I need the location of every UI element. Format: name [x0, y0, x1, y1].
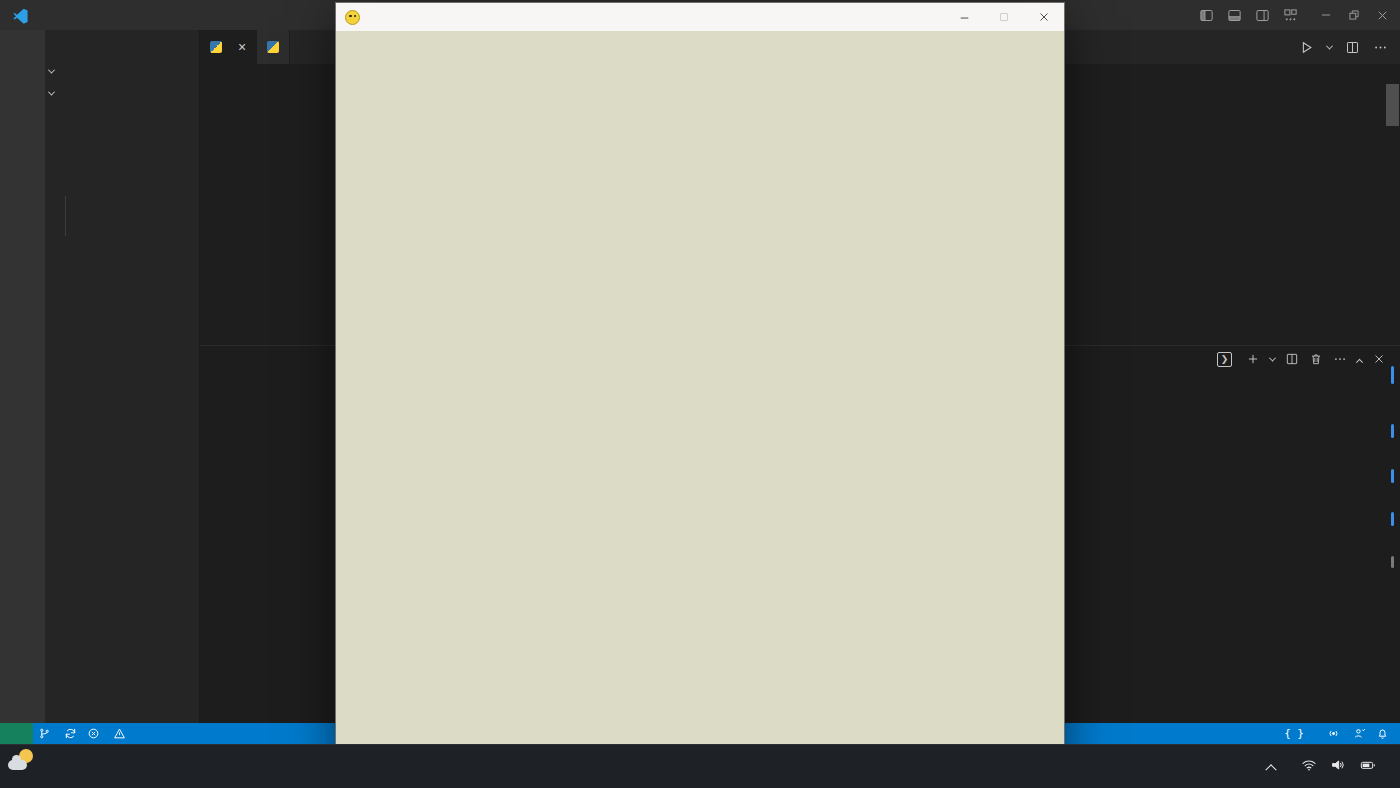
desktop: × ❯	[0, 0, 1400, 788]
chess-minimize-button[interactable]	[944, 3, 984, 31]
editor-actions	[1294, 30, 1392, 64]
toggle-sidebar-icon[interactable]	[1192, 0, 1220, 30]
weather-icon	[8, 749, 34, 771]
terminal-decoration	[1391, 424, 1394, 438]
interpreter-item[interactable]	[1312, 723, 1322, 744]
terminal-shell-item[interactable]: ❯	[1217, 352, 1236, 367]
kill-terminal-icon[interactable]	[1309, 352, 1323, 366]
tab-main-py[interactable]: ×	[200, 30, 257, 64]
terminal-dropdown-icon[interactable]	[1270, 357, 1275, 362]
close-tab-icon[interactable]: ×	[238, 39, 246, 55]
errors-item[interactable]	[82, 723, 108, 744]
run-dropdown-icon[interactable]	[1322, 35, 1336, 59]
restore-window-icon[interactable]	[1340, 0, 1368, 30]
toggle-secondary-sidebar-icon[interactable]	[1248, 0, 1276, 30]
warnings-item[interactable]	[108, 723, 134, 744]
split-editor-icon[interactable]	[1340, 35, 1364, 59]
toggle-panel-icon[interactable]	[1220, 0, 1248, 30]
python-file-icon	[267, 41, 279, 53]
taskbar	[0, 744, 1400, 788]
new-terminal-icon[interactable]	[1246, 352, 1260, 366]
sync-icon[interactable]	[59, 723, 82, 744]
eol-item[interactable]	[1269, 723, 1279, 744]
run-python-file-icon[interactable]	[1294, 35, 1318, 59]
more-actions-icon[interactable]	[1368, 35, 1392, 59]
activity-bar	[0, 30, 45, 723]
minimize-window-icon[interactable]	[1312, 0, 1340, 30]
notifications-bell-icon[interactable]	[1371, 723, 1394, 744]
maximize-panel-icon[interactable]	[1357, 357, 1362, 362]
open-editors-section[interactable]	[45, 60, 199, 82]
system-tray	[1267, 745, 1390, 788]
close-window-icon[interactable]	[1368, 0, 1396, 30]
editor-scrollbar[interactable]	[1386, 84, 1399, 126]
vscode-logo-icon	[12, 7, 29, 24]
split-terminal-icon[interactable]	[1285, 352, 1299, 366]
chess-window[interactable]	[335, 2, 1065, 760]
terminal-decoration	[1391, 469, 1394, 483]
tab-partial[interactable]	[257, 30, 290, 64]
go-live-item[interactable]	[1322, 723, 1348, 744]
chess-close-button[interactable]	[1024, 3, 1064, 31]
volume-icon[interactable]	[1330, 757, 1346, 777]
explorer-sidebar	[45, 30, 200, 723]
pygame-icon	[345, 10, 360, 25]
weather-widget[interactable]	[8, 749, 42, 771]
chess-title-bar[interactable]	[336, 3, 1064, 31]
chess-maximize-button[interactable]	[984, 3, 1024, 31]
terminal-decoration	[1391, 366, 1394, 384]
hidden-icons-chevron[interactable]	[1265, 764, 1276, 775]
terminal-decoration	[1391, 512, 1394, 526]
remote-indicator[interactable]	[0, 723, 33, 744]
panel-more-icon[interactable]	[1333, 352, 1347, 366]
git-branch-item[interactable]	[33, 723, 59, 744]
project-section[interactable]	[45, 82, 199, 104]
feedback-icon[interactable]	[1348, 723, 1371, 744]
terminal-decoration	[1391, 556, 1394, 568]
chess-board[interactable]	[336, 31, 1066, 761]
battery-icon[interactable]	[1359, 757, 1377, 777]
wifi-icon[interactable]	[1301, 757, 1317, 777]
python-file-icon	[210, 41, 222, 53]
panel-actions: ❯	[1217, 346, 1386, 372]
window-controls	[1192, 0, 1400, 30]
language-item[interactable]: { }	[1279, 723, 1312, 744]
customize-layout-icon[interactable]	[1276, 0, 1304, 30]
close-panel-icon[interactable]	[1372, 352, 1386, 366]
indent-guide	[65, 196, 66, 236]
